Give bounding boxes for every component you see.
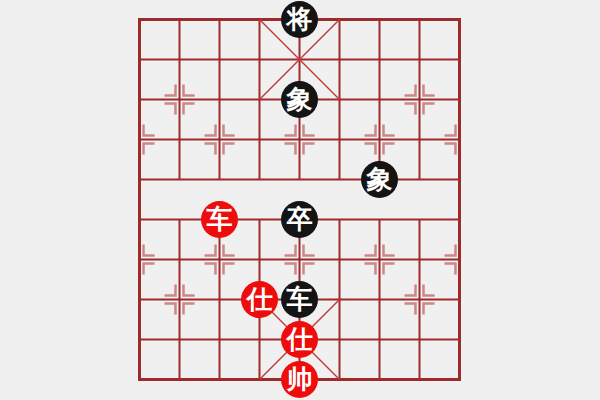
xiangqi-screen: 将象象卒车车仕仕帅 (0, 0, 600, 400)
piece-black-elephant-2[interactable]: 象 (361, 161, 398, 198)
piece-red-advisor-2[interactable]: 仕 (281, 321, 318, 358)
piece-black-chariot[interactable]: 车 (281, 281, 318, 318)
piece-black-elephant-1[interactable]: 象 (281, 81, 318, 118)
piece-red-chariot[interactable]: 车 (201, 201, 238, 238)
piece-red-general[interactable]: 帅 (281, 361, 318, 398)
xiangqi-board[interactable]: 将象象卒车车仕仕帅 (0, 0, 600, 400)
piece-black-general[interactable]: 将 (281, 1, 318, 38)
piece-black-soldier[interactable]: 卒 (281, 201, 318, 238)
pieces-layer: 将象象卒车车仕仕帅 (120, 0, 480, 400)
piece-red-advisor-1[interactable]: 仕 (241, 281, 278, 318)
